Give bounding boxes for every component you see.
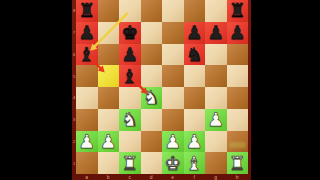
- square-g3[interactable]: ♟: [205, 109, 227, 131]
- piece-black-pawn: ♟: [121, 44, 138, 63]
- file-label-e: e: [162, 174, 184, 180]
- piece-white-pawn: ♟: [78, 131, 95, 150]
- square-d4[interactable]: ♞: [141, 87, 163, 109]
- square-f2[interactable]: ♟: [184, 131, 206, 153]
- square-h3[interactable]: [227, 109, 249, 131]
- square-a8[interactable]: ♜: [76, 0, 98, 22]
- square-f3[interactable]: [184, 109, 206, 131]
- piece-black-pawn: ♟: [186, 23, 203, 42]
- square-d2[interactable]: [141, 131, 163, 153]
- square-b1[interactable]: [98, 152, 120, 174]
- file-label-d: d: [141, 174, 163, 180]
- square-f7[interactable]: ♟: [184, 22, 206, 44]
- square-a7[interactable]: ♟: [76, 22, 98, 44]
- square-a5[interactable]: [76, 65, 98, 87]
- square-h1[interactable]: ♜: [227, 152, 249, 174]
- piece-white-knight: ♞: [143, 88, 160, 107]
- piece-black-knight: ♞: [186, 44, 203, 63]
- square-a2[interactable]: ♟: [76, 131, 98, 153]
- screenshot-stage: 87654321 abcdefgh ♜♜♟♚♟♟♟♝♟♞♝♞♞♟♟♟♟♟♜♚♝♜: [0, 0, 320, 180]
- square-h6[interactable]: [227, 44, 249, 66]
- square-f6[interactable]: ♞: [184, 44, 206, 66]
- piece-white-pawn: ♟: [100, 131, 117, 150]
- file-label-c: c: [119, 174, 141, 180]
- square-e4[interactable]: [162, 87, 184, 109]
- square-b5[interactable]: [98, 65, 120, 87]
- square-d1[interactable]: [141, 152, 163, 174]
- piece-white-king: ♚: [164, 153, 181, 172]
- square-e8[interactable]: [162, 0, 184, 22]
- square-d7[interactable]: [141, 22, 163, 44]
- square-c6[interactable]: ♟: [119, 44, 141, 66]
- square-g2[interactable]: [205, 131, 227, 153]
- square-c8[interactable]: [119, 0, 141, 22]
- board: ♜♜♟♚♟♟♟♝♟♞♝♞♞♟♟♟♟♟♜♚♝♜: [76, 0, 248, 174]
- square-b8[interactable]: [98, 0, 120, 22]
- square-c7[interactable]: ♚: [119, 22, 141, 44]
- square-e2[interactable]: ♟: [162, 131, 184, 153]
- square-e6[interactable]: [162, 44, 184, 66]
- square-c1[interactable]: ♜: [119, 152, 141, 174]
- square-f1[interactable]: ♝: [184, 152, 206, 174]
- piece-white-bishop: ♝: [186, 153, 203, 172]
- file-labels: abcdefgh: [76, 174, 248, 180]
- piece-white-rook: ♜: [121, 153, 138, 172]
- file-label-a: a: [76, 174, 98, 180]
- square-d8[interactable]: [141, 0, 163, 22]
- square-h7[interactable]: ♟: [227, 22, 249, 44]
- square-c5[interactable]: ♝: [119, 65, 141, 87]
- piece-black-bishop: ♝: [121, 66, 138, 85]
- square-f4[interactable]: [184, 87, 206, 109]
- piece-black-rook: ♜: [78, 1, 95, 20]
- square-d6[interactable]: [141, 44, 163, 66]
- piece-white-rook: ♜: [229, 153, 246, 172]
- square-a1[interactable]: [76, 152, 98, 174]
- piece-black-pawn: ♟: [78, 23, 95, 42]
- square-h5[interactable]: [227, 65, 249, 87]
- square-c3[interactable]: ♞: [119, 109, 141, 131]
- square-g6[interactable]: [205, 44, 227, 66]
- file-label-h: h: [227, 174, 249, 180]
- square-d5[interactable]: [141, 65, 163, 87]
- piece-black-pawn: ♟: [229, 23, 246, 42]
- square-a4[interactable]: [76, 87, 98, 109]
- square-f5[interactable]: [184, 65, 206, 87]
- piece-white-pawn: ♟: [207, 110, 224, 129]
- square-g4[interactable]: [205, 87, 227, 109]
- piece-black-king: ♚: [121, 23, 138, 42]
- square-g7[interactable]: ♟: [205, 22, 227, 44]
- square-b3[interactable]: [98, 109, 120, 131]
- piece-white-knight: ♞: [121, 110, 138, 129]
- square-e3[interactable]: [162, 109, 184, 131]
- piece-black-bishop: ♝: [78, 44, 95, 63]
- square-b4[interactable]: [98, 87, 120, 109]
- file-label-g: g: [205, 174, 227, 180]
- square-g1[interactable]: [205, 152, 227, 174]
- square-b7[interactable]: [98, 22, 120, 44]
- square-a6[interactable]: ♝: [76, 44, 98, 66]
- watermark-smudge: [229, 142, 246, 148]
- square-f8[interactable]: [184, 0, 206, 22]
- square-c4[interactable]: [119, 87, 141, 109]
- square-h4[interactable]: [227, 87, 249, 109]
- square-b2[interactable]: ♟: [98, 131, 120, 153]
- square-g5[interactable]: [205, 65, 227, 87]
- piece-white-pawn: ♟: [164, 131, 181, 150]
- square-g8[interactable]: [205, 0, 227, 22]
- piece-white-pawn: ♟: [186, 131, 203, 150]
- square-d3[interactable]: [141, 109, 163, 131]
- square-e1[interactable]: ♚: [162, 152, 184, 174]
- square-c2[interactable]: [119, 131, 141, 153]
- square-h8[interactable]: ♜: [227, 0, 249, 22]
- piece-black-rook: ♜: [229, 1, 246, 20]
- square-b6[interactable]: [98, 44, 120, 66]
- file-label-f: f: [184, 174, 206, 180]
- file-label-b: b: [98, 174, 120, 180]
- chess-board-frame: 87654321 abcdefgh ♜♜♟♚♟♟♟♝♟♞♝♞♞♟♟♟♟♟♜♚♝♜: [72, 0, 251, 180]
- square-e5[interactable]: [162, 65, 184, 87]
- square-e7[interactable]: [162, 22, 184, 44]
- piece-black-pawn: ♟: [207, 23, 224, 42]
- square-a3[interactable]: [76, 109, 98, 131]
